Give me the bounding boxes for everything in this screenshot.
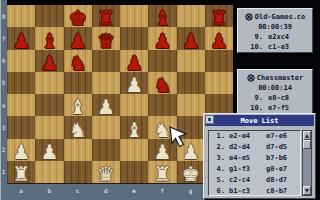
rank-label-7: 7 bbox=[0, 27, 7, 49]
square-e6[interactable]: ♟ bbox=[120, 50, 148, 72]
square-c6[interactable]: ♞ bbox=[64, 50, 92, 72]
file-label-e: e bbox=[120, 185, 148, 197]
square-e5[interactable]: ♟ bbox=[120, 72, 148, 94]
piece-white-pawn[interactable]: ♟ bbox=[35, 142, 63, 163]
move-row-number: 2. bbox=[211, 142, 225, 153]
square-g6[interactable] bbox=[177, 50, 205, 72]
square-b8[interactable] bbox=[35, 5, 63, 27]
move-list-title: Move List bbox=[205, 117, 314, 125]
clock-white: 00:00:39 bbox=[258, 23, 292, 31]
last-move-black-10: e7-f5 bbox=[268, 104, 302, 112]
wheel-icon bbox=[247, 74, 255, 82]
move-list-scrollbar[interactable] bbox=[302, 130, 312, 196]
move-row-6[interactable]: 6.b1-c3c8-b7 bbox=[209, 186, 300, 197]
square-b6[interactable]: ♟ bbox=[35, 50, 63, 72]
piece-white-rook[interactable]: ♜ bbox=[7, 164, 35, 185]
move-row-number: 1. bbox=[211, 131, 225, 142]
square-c1[interactable] bbox=[64, 161, 92, 183]
square-e1[interactable] bbox=[120, 161, 148, 183]
move-row-white: b1-c3 bbox=[229, 186, 266, 197]
piece-black-pawn[interactable]: ♟ bbox=[35, 53, 63, 74]
square-c2[interactable] bbox=[64, 139, 92, 161]
move-row-white: g1-f3 bbox=[229, 164, 266, 175]
move-row-number: 5. bbox=[211, 175, 225, 186]
square-e4[interactable] bbox=[120, 94, 148, 116]
file-label-g: g bbox=[177, 185, 205, 197]
square-g5[interactable] bbox=[177, 72, 205, 94]
rank-label-2: 2 bbox=[0, 139, 7, 161]
move-row-3[interactable]: 3.e4-e5b7-b6 bbox=[209, 153, 300, 164]
piece-white-bishop[interactable]: ♝ bbox=[64, 97, 92, 118]
chess-board: ♚♜♝♜♟♝♟♛♟♟♟♟♞♟♟♞♝♟♞♝♞♟♟♟♟♟♜♛♜♚ bbox=[7, 5, 233, 184]
piece-white-queen[interactable]: ♛ bbox=[92, 164, 120, 185]
piece-white-rook[interactable]: ♜ bbox=[148, 164, 176, 185]
square-e7[interactable] bbox=[120, 27, 148, 49]
file-label-a: a bbox=[7, 185, 35, 197]
file-label-f: f bbox=[148, 185, 176, 197]
square-d1[interactable]: ♛ bbox=[92, 161, 120, 183]
square-g4[interactable] bbox=[177, 94, 205, 116]
square-a4[interactable] bbox=[7, 94, 35, 116]
square-f1[interactable]: ♜ bbox=[148, 161, 176, 183]
scroll-down-button[interactable] bbox=[303, 186, 311, 195]
square-d2[interactable] bbox=[92, 139, 120, 161]
square-b5[interactable] bbox=[35, 72, 63, 94]
square-a7[interactable]: ♟ bbox=[7, 27, 35, 49]
piece-black-rook[interactable]: ♜ bbox=[205, 8, 233, 29]
move-list-titlebar[interactable]: Move List bbox=[205, 115, 314, 126]
move-row-black: b7-b6 bbox=[266, 153, 287, 164]
rank-labels: 87654321 bbox=[0, 5, 7, 183]
square-a5[interactable] bbox=[7, 72, 35, 94]
square-h7[interactable]: ♟ bbox=[205, 27, 233, 49]
square-b3[interactable] bbox=[35, 116, 63, 138]
piece-white-knight[interactable]: ♞ bbox=[64, 120, 92, 141]
square-a8[interactable] bbox=[7, 5, 35, 27]
square-a6[interactable] bbox=[7, 50, 35, 72]
square-a2[interactable]: ♟ bbox=[7, 139, 35, 161]
square-f8[interactable]: ♝ bbox=[148, 5, 176, 27]
piece-black-pawn[interactable]: ♟ bbox=[64, 31, 92, 52]
square-c5[interactable] bbox=[64, 72, 92, 94]
square-c4[interactable]: ♝ bbox=[64, 94, 92, 116]
square-f7[interactable]: ♟ bbox=[148, 27, 176, 49]
square-c7[interactable]: ♟ bbox=[64, 27, 92, 49]
square-f6[interactable] bbox=[148, 50, 176, 72]
chessmaster-screen: 87654321 abcdefgh ♚♜♝♜♟♝♟♛♟♟♟♟♞♟♟♞♝♟♞♝♞♟… bbox=[0, 0, 320, 200]
piece-black-knight[interactable]: ♞ bbox=[64, 53, 92, 74]
rank-label-4: 4 bbox=[0, 94, 7, 116]
move-row-number: 6. bbox=[211, 186, 225, 197]
square-b2[interactable]: ♟ bbox=[35, 139, 63, 161]
piece-black-pawn[interactable]: ♟ bbox=[205, 31, 233, 52]
player-name-white: Old-Games.co bbox=[255, 13, 306, 21]
square-d7[interactable]: ♛ bbox=[92, 27, 120, 49]
square-b7[interactable]: ♝ bbox=[35, 27, 63, 49]
square-a3[interactable] bbox=[7, 116, 35, 138]
piece-white-pawn[interactable]: ♟ bbox=[7, 142, 35, 163]
square-e3[interactable]: ♝ bbox=[120, 116, 148, 138]
move-number: 10. bbox=[248, 43, 263, 51]
move-number: 9. bbox=[248, 33, 263, 41]
square-b4[interactable] bbox=[35, 94, 63, 116]
move-row-number: 3. bbox=[211, 153, 225, 164]
move-row-5[interactable]: 5.c2-c4d8-d7 bbox=[209, 175, 300, 186]
piece-white-king[interactable]: ♚ bbox=[177, 164, 205, 185]
move-list-rows: 1.e2-e4e7-e62.d2-d4d7-d53.e4-e5b7-b64.g1… bbox=[208, 130, 301, 196]
square-h6[interactable] bbox=[205, 50, 233, 72]
piece-white-bishop[interactable]: ♝ bbox=[120, 120, 148, 141]
move-row-black: c8-b7 bbox=[266, 186, 287, 197]
piece-black-queen[interactable]: ♛ bbox=[92, 31, 120, 52]
piece-black-king[interactable]: ♚ bbox=[64, 8, 92, 29]
square-f4[interactable] bbox=[148, 94, 176, 116]
file-label-d: d bbox=[92, 185, 120, 197]
square-f5[interactable]: ♞ bbox=[148, 72, 176, 94]
move-row-white: e4-e5 bbox=[229, 153, 266, 164]
rank-label-3: 3 bbox=[0, 116, 7, 138]
scroll-up-button[interactable] bbox=[303, 131, 311, 140]
piece-black-pawn[interactable]: ♟ bbox=[120, 53, 148, 74]
move-number: 9. bbox=[248, 94, 263, 102]
last-move-black-9: e8-c8 bbox=[268, 94, 302, 102]
square-d4[interactable]: ♟ bbox=[92, 94, 120, 116]
file-label-b: b bbox=[35, 185, 63, 197]
scrollbar-thumb[interactable] bbox=[303, 140, 311, 149]
move-row-4[interactable]: 4.g1-f3g8-e7 bbox=[209, 164, 300, 175]
move-number: 10. bbox=[248, 104, 263, 112]
piece-black-bishop[interactable]: ♝ bbox=[148, 8, 176, 29]
square-d8[interactable]: ♜ bbox=[92, 5, 120, 27]
player-panel-white: Old-Games.co 00:00:39 9. e2xc4 10. c1-e3 bbox=[237, 8, 313, 53]
down-arrow-icon bbox=[305, 189, 309, 193]
move-row-black: d8-d7 bbox=[266, 175, 287, 186]
square-b1[interactable] bbox=[35, 161, 63, 183]
move-row-black: g8-e7 bbox=[266, 164, 287, 175]
square-d6[interactable] bbox=[92, 50, 120, 72]
file-labels: abcdefgh bbox=[7, 185, 233, 197]
square-e2[interactable] bbox=[120, 139, 148, 161]
move-row-black: d7-d5 bbox=[266, 142, 287, 153]
move-row-white: d2-d4 bbox=[229, 142, 266, 153]
move-row-1[interactable]: 1.e2-e4e7-e6 bbox=[209, 131, 300, 142]
player-name-black: Chessmaster bbox=[257, 74, 303, 82]
rank-label-5: 5 bbox=[0, 72, 7, 94]
player-panel-black: Chessmaster 00:00:14 9. e8-c8 10. e7-f5 bbox=[237, 69, 313, 115]
square-g1[interactable]: ♚ bbox=[177, 161, 205, 183]
mouse-cursor-icon bbox=[169, 126, 189, 149]
move-row-2[interactable]: 2.d2-d4d7-d5 bbox=[209, 142, 300, 153]
move-row-number: 4. bbox=[211, 164, 225, 175]
clock-black: 00:00:14 bbox=[258, 84, 292, 92]
piece-black-bishop[interactable]: ♝ bbox=[35, 31, 63, 52]
last-move-white-10: c1-e3 bbox=[268, 43, 302, 51]
square-h5[interactable] bbox=[205, 72, 233, 94]
square-c8[interactable]: ♚ bbox=[64, 5, 92, 27]
move-row-white: c2-c4 bbox=[229, 175, 266, 186]
square-e8[interactable] bbox=[120, 5, 148, 27]
piece-white-pawn[interactable]: ♟ bbox=[92, 97, 120, 118]
piece-white-pawn[interactable]: ♟ bbox=[120, 75, 148, 96]
piece-black-pawn[interactable]: ♟ bbox=[148, 31, 176, 52]
rank-label-6: 6 bbox=[0, 50, 7, 72]
square-a1[interactable]: ♜ bbox=[7, 161, 35, 183]
move-row-white: e2-e4 bbox=[229, 131, 266, 142]
last-move-white-9: e2xc4 bbox=[268, 33, 302, 41]
square-d3[interactable] bbox=[92, 116, 120, 138]
square-c3[interactable]: ♞ bbox=[64, 116, 92, 138]
move-row-black: e7-e6 bbox=[266, 131, 287, 142]
rank-label-1: 1 bbox=[0, 161, 7, 183]
square-h8[interactable]: ♜ bbox=[205, 5, 233, 27]
piece-black-pawn[interactable]: ♟ bbox=[7, 31, 35, 52]
square-g8[interactable] bbox=[177, 5, 205, 27]
piece-black-rook[interactable]: ♜ bbox=[92, 8, 120, 29]
wheel-icon bbox=[245, 13, 253, 21]
square-d5[interactable] bbox=[92, 72, 120, 94]
piece-black-pawn[interactable]: ♟ bbox=[177, 31, 205, 52]
move-list-window: Move List 1.e2-e4e7-e62.d2-d4d7-d53.e4-e… bbox=[203, 113, 316, 199]
piece-black-knight[interactable]: ♞ bbox=[148, 75, 176, 96]
up-arrow-icon bbox=[305, 134, 309, 138]
square-g7[interactable]: ♟ bbox=[177, 27, 205, 49]
rank-label-8: 8 bbox=[0, 5, 7, 27]
file-label-c: c bbox=[64, 185, 92, 197]
window-menu-button[interactable] bbox=[205, 115, 214, 124]
